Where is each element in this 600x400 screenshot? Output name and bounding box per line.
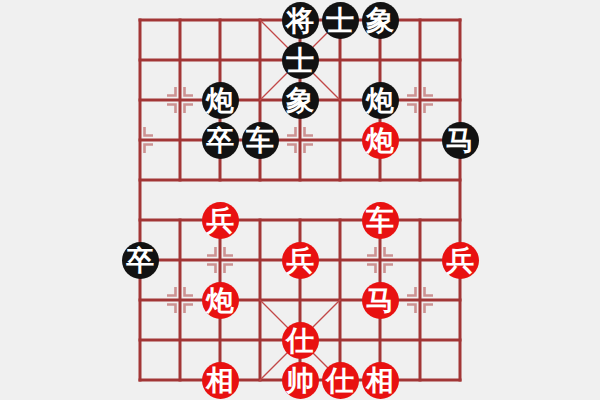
red-horse[interactable]: 马 [362,282,399,319]
red-elephant[interactable]: 相 [202,362,239,399]
black-cannon[interactable]: 炮 [362,82,399,119]
black-advisor[interactable]: 士 [322,2,359,39]
red-advisor[interactable]: 仕 [322,362,359,399]
black-advisor[interactable]: 士 [282,42,319,79]
red-advisor[interactable]: 仕 [282,322,319,359]
black-elephant[interactable]: 象 [362,2,399,39]
red-soldier[interactable]: 兵 [282,242,319,279]
red-elephant[interactable]: 相 [362,362,399,399]
xiangqi-board: 将士象士炮象炮卒车炮马兵车卒兵兵炮马仕相帅仕相 [0,0,600,400]
black-soldier[interactable]: 卒 [202,122,239,159]
red-soldier[interactable]: 兵 [442,242,479,279]
black-cannon[interactable]: 炮 [202,82,239,119]
black-elephant[interactable]: 象 [282,82,319,119]
black-chariot[interactable]: 车 [242,122,279,159]
red-chariot[interactable]: 车 [362,202,399,239]
red-cannon[interactable]: 炮 [202,282,239,319]
red-soldier[interactable]: 兵 [202,202,239,239]
black-horse[interactable]: 马 [442,122,479,159]
red-general[interactable]: 帅 [282,362,319,399]
black-soldier[interactable]: 卒 [122,242,159,279]
black-general[interactable]: 将 [282,2,319,39]
red-cannon[interactable]: 炮 [362,122,399,159]
